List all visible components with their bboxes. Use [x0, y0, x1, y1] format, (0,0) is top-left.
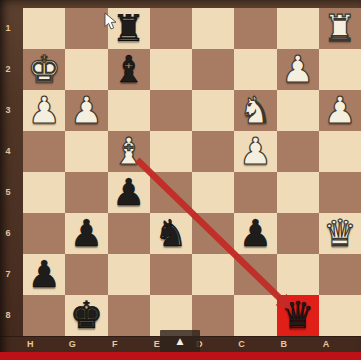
square-g5[interactable] — [65, 172, 107, 213]
square-h4[interactable] — [23, 131, 65, 172]
square-e2[interactable] — [150, 49, 192, 90]
square-b8[interactable]: ♛ — [277, 295, 319, 336]
square-d7[interactable] — [192, 254, 234, 295]
square-b7[interactable] — [277, 254, 319, 295]
rank-labels: 12345678 — [0, 8, 20, 336]
square-a3[interactable]: ♟ — [319, 90, 361, 131]
square-c2[interactable] — [234, 49, 276, 90]
rank-label-1: 1 — [0, 8, 16, 49]
square-b4[interactable] — [277, 131, 319, 172]
square-a1[interactable]: ♜ — [319, 8, 361, 49]
square-h1[interactable] — [23, 8, 65, 49]
square-c6[interactable]: ♟ — [234, 213, 276, 254]
piece-white-pawn[interactable]: ♟ — [319, 90, 361, 131]
rank-label-5: 5 — [0, 172, 16, 213]
file-label-a: A — [305, 337, 347, 352]
square-g2[interactable] — [65, 49, 107, 90]
square-a4[interactable] — [319, 131, 361, 172]
piece-white-pawn[interactable]: ♟ — [23, 90, 65, 131]
square-g4[interactable] — [65, 131, 107, 172]
square-c4[interactable]: ♟ — [234, 131, 276, 172]
square-h8[interactable] — [23, 295, 65, 336]
square-d4[interactable] — [192, 131, 234, 172]
square-f5[interactable]: ♟ — [108, 172, 150, 213]
piece-white-rook[interactable]: ♜ — [319, 8, 361, 49]
square-c7[interactable] — [234, 254, 276, 295]
file-label-f: F — [94, 337, 136, 352]
file-label-h: H — [9, 337, 51, 352]
square-a8[interactable] — [319, 295, 361, 336]
file-label-c: C — [220, 337, 262, 352]
square-d3[interactable] — [192, 90, 234, 131]
piece-black-king[interactable]: ♚ — [65, 295, 107, 336]
square-d5[interactable] — [192, 172, 234, 213]
rank-label-8: 8 — [0, 295, 16, 336]
square-e5[interactable] — [150, 172, 192, 213]
square-c3[interactable]: ♞ — [234, 90, 276, 131]
piece-black-bishop[interactable]: ♝ — [108, 49, 150, 90]
file-label-g: G — [51, 337, 93, 352]
square-f7[interactable] — [108, 254, 150, 295]
square-g8[interactable]: ♚ — [65, 295, 107, 336]
rank-label-3: 3 — [0, 90, 16, 131]
square-d1[interactable] — [192, 8, 234, 49]
square-g6[interactable]: ♟ — [65, 213, 107, 254]
square-e6[interactable]: ♞ — [150, 213, 192, 254]
file-label-b: B — [263, 337, 305, 352]
piece-black-knight[interactable]: ♞ — [150, 213, 192, 254]
square-a7[interactable] — [319, 254, 361, 295]
square-g7[interactable] — [65, 254, 107, 295]
collapse-panel-toggle[interactable]: ▲ — [160, 330, 200, 352]
square-a6[interactable]: ♛ — [319, 213, 361, 254]
rank-label-2: 2 — [0, 49, 16, 90]
square-a2[interactable] — [319, 49, 361, 90]
square-c8[interactable] — [234, 295, 276, 336]
square-b5[interactable] — [277, 172, 319, 213]
piece-black-rook[interactable]: ♜ — [108, 8, 150, 49]
piece-white-pawn[interactable]: ♟ — [65, 90, 107, 131]
square-b2[interactable]: ♟ — [277, 49, 319, 90]
chevron-up-icon: ▲ — [177, 337, 184, 346]
square-h2[interactable]: ♚ — [23, 49, 65, 90]
piece-white-knight[interactable]: ♞ — [234, 90, 276, 131]
square-f3[interactable] — [108, 90, 150, 131]
square-h7[interactable]: ♟ — [23, 254, 65, 295]
square-e7[interactable] — [150, 254, 192, 295]
piece-white-bishop[interactable]: ♝ — [108, 131, 150, 172]
piece-white-pawn[interactable]: ♟ — [277, 49, 319, 90]
square-c1[interactable] — [234, 8, 276, 49]
piece-white-king[interactable]: ♚ — [23, 49, 65, 90]
bottom-red-bar — [0, 352, 361, 360]
square-f8[interactable] — [108, 295, 150, 336]
piece-white-queen[interactable]: ♛ — [319, 213, 361, 254]
square-f2[interactable]: ♝ — [108, 49, 150, 90]
square-f6[interactable] — [108, 213, 150, 254]
square-g1[interactable] — [65, 8, 107, 49]
square-b3[interactable] — [277, 90, 319, 131]
rank-label-6: 6 — [0, 213, 16, 254]
piece-white-pawn[interactable]: ♟ — [234, 131, 276, 172]
square-h3[interactable]: ♟ — [23, 90, 65, 131]
square-a5[interactable] — [319, 172, 361, 213]
piece-black-pawn[interactable]: ♟ — [108, 172, 150, 213]
board: ♜♜♚♝♟♟♟♞♟♝♟♟♟♞♟♛♟♚♛ — [23, 8, 361, 336]
piece-black-pawn[interactable]: ♟ — [23, 254, 65, 295]
piece-black-queen[interactable]: ♛ — [277, 295, 319, 336]
square-d2[interactable] — [192, 49, 234, 90]
square-g3[interactable]: ♟ — [65, 90, 107, 131]
square-h6[interactable] — [23, 213, 65, 254]
square-f1[interactable]: ♜ — [108, 8, 150, 49]
rank-label-7: 7 — [0, 254, 16, 295]
chess-analysis-view: 12345678 ♜♜♚♝♟♟♟♞♟♝♟♟♟♞♟♛♟♚♛ HGFEDCBA ▲ — [0, 0, 361, 360]
square-e1[interactable] — [150, 8, 192, 49]
piece-black-pawn[interactable]: ♟ — [234, 213, 276, 254]
square-b6[interactable] — [277, 213, 319, 254]
square-e3[interactable] — [150, 90, 192, 131]
square-h5[interactable] — [23, 172, 65, 213]
square-f4[interactable]: ♝ — [108, 131, 150, 172]
square-d6[interactable] — [192, 213, 234, 254]
square-e4[interactable] — [150, 131, 192, 172]
rank-label-4: 4 — [0, 131, 16, 172]
square-b1[interactable] — [277, 8, 319, 49]
piece-black-pawn[interactable]: ♟ — [65, 213, 107, 254]
square-c5[interactable] — [234, 172, 276, 213]
